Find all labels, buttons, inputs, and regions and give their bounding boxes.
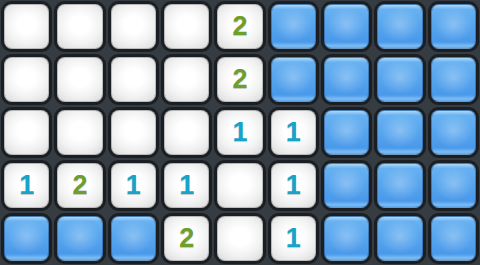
cell-number: 1 (286, 172, 301, 199)
cell-r4c6-number[interactable]: 1 (271, 163, 316, 208)
cell-r3c1-empty (4, 110, 49, 155)
cell-r5c4-number[interactable]: 2 (164, 216, 209, 261)
cell-r5c3-hidden[interactable] (111, 216, 156, 261)
cell-r1c3-empty (111, 4, 156, 49)
cell-r2c1-empty (4, 57, 49, 102)
cell-r2c4-empty (164, 57, 209, 102)
cell-r2c7-hidden[interactable] (324, 57, 369, 102)
cell-r4c5-empty (217, 163, 262, 208)
cell-r3c2-empty (57, 110, 102, 155)
cell-r2c2-empty (57, 57, 102, 102)
cell-r4c3-number[interactable]: 1 (111, 163, 156, 208)
cell-r4c9-hidden[interactable] (431, 163, 476, 208)
cell-r5c7-hidden[interactable] (324, 216, 369, 261)
cell-r2c8-hidden[interactable] (377, 57, 422, 102)
cell-r3c6-number[interactable]: 1 (271, 110, 316, 155)
cell-r2c9-hidden[interactable] (431, 57, 476, 102)
cell-r3c9-hidden[interactable] (431, 110, 476, 155)
cell-r4c7-hidden[interactable] (324, 163, 369, 208)
cell-r1c7-hidden[interactable] (324, 4, 369, 49)
cell-r1c6-hidden[interactable] (271, 4, 316, 49)
cell-r1c2-empty (57, 4, 102, 49)
cell-number: 2 (232, 66, 247, 93)
cell-r4c1-number[interactable]: 1 (4, 163, 49, 208)
cell-r3c4-empty (164, 110, 209, 155)
cell-number: 1 (286, 119, 301, 146)
cell-r5c1-hidden[interactable] (4, 216, 49, 261)
cell-r1c1-empty (4, 4, 49, 49)
cell-r4c8-hidden[interactable] (377, 163, 422, 208)
cell-r1c5-number[interactable]: 2 (217, 4, 262, 49)
cell-r3c3-empty (111, 110, 156, 155)
cell-r3c8-hidden[interactable] (377, 110, 422, 155)
cell-number: 1 (126, 172, 141, 199)
cell-number: 1 (179, 172, 194, 199)
cell-number: 2 (232, 13, 247, 40)
cell-r5c6-number[interactable]: 1 (271, 216, 316, 261)
cell-number: 1 (232, 119, 247, 146)
cell-r3c5-number[interactable]: 1 (217, 110, 262, 155)
minesweeper-board: 22111211121 (0, 0, 480, 265)
cell-r2c3-empty (111, 57, 156, 102)
cell-r5c8-hidden[interactable] (377, 216, 422, 261)
cell-r5c2-hidden[interactable] (57, 216, 102, 261)
cell-r2c6-hidden[interactable] (271, 57, 316, 102)
cell-r4c4-number[interactable]: 1 (164, 163, 209, 208)
cell-r3c7-hidden[interactable] (324, 110, 369, 155)
cell-number: 2 (179, 225, 194, 252)
cell-number: 2 (72, 172, 87, 199)
cell-r1c4-empty (164, 4, 209, 49)
cell-r1c8-hidden[interactable] (377, 4, 422, 49)
cell-r5c9-hidden[interactable] (431, 216, 476, 261)
cell-r5c5-empty (217, 216, 262, 261)
cell-r2c5-number[interactable]: 2 (217, 57, 262, 102)
cell-r1c9-hidden[interactable] (431, 4, 476, 49)
cell-number: 1 (286, 225, 301, 252)
cell-number: 1 (19, 172, 34, 199)
cell-r4c2-number[interactable]: 2 (57, 163, 102, 208)
